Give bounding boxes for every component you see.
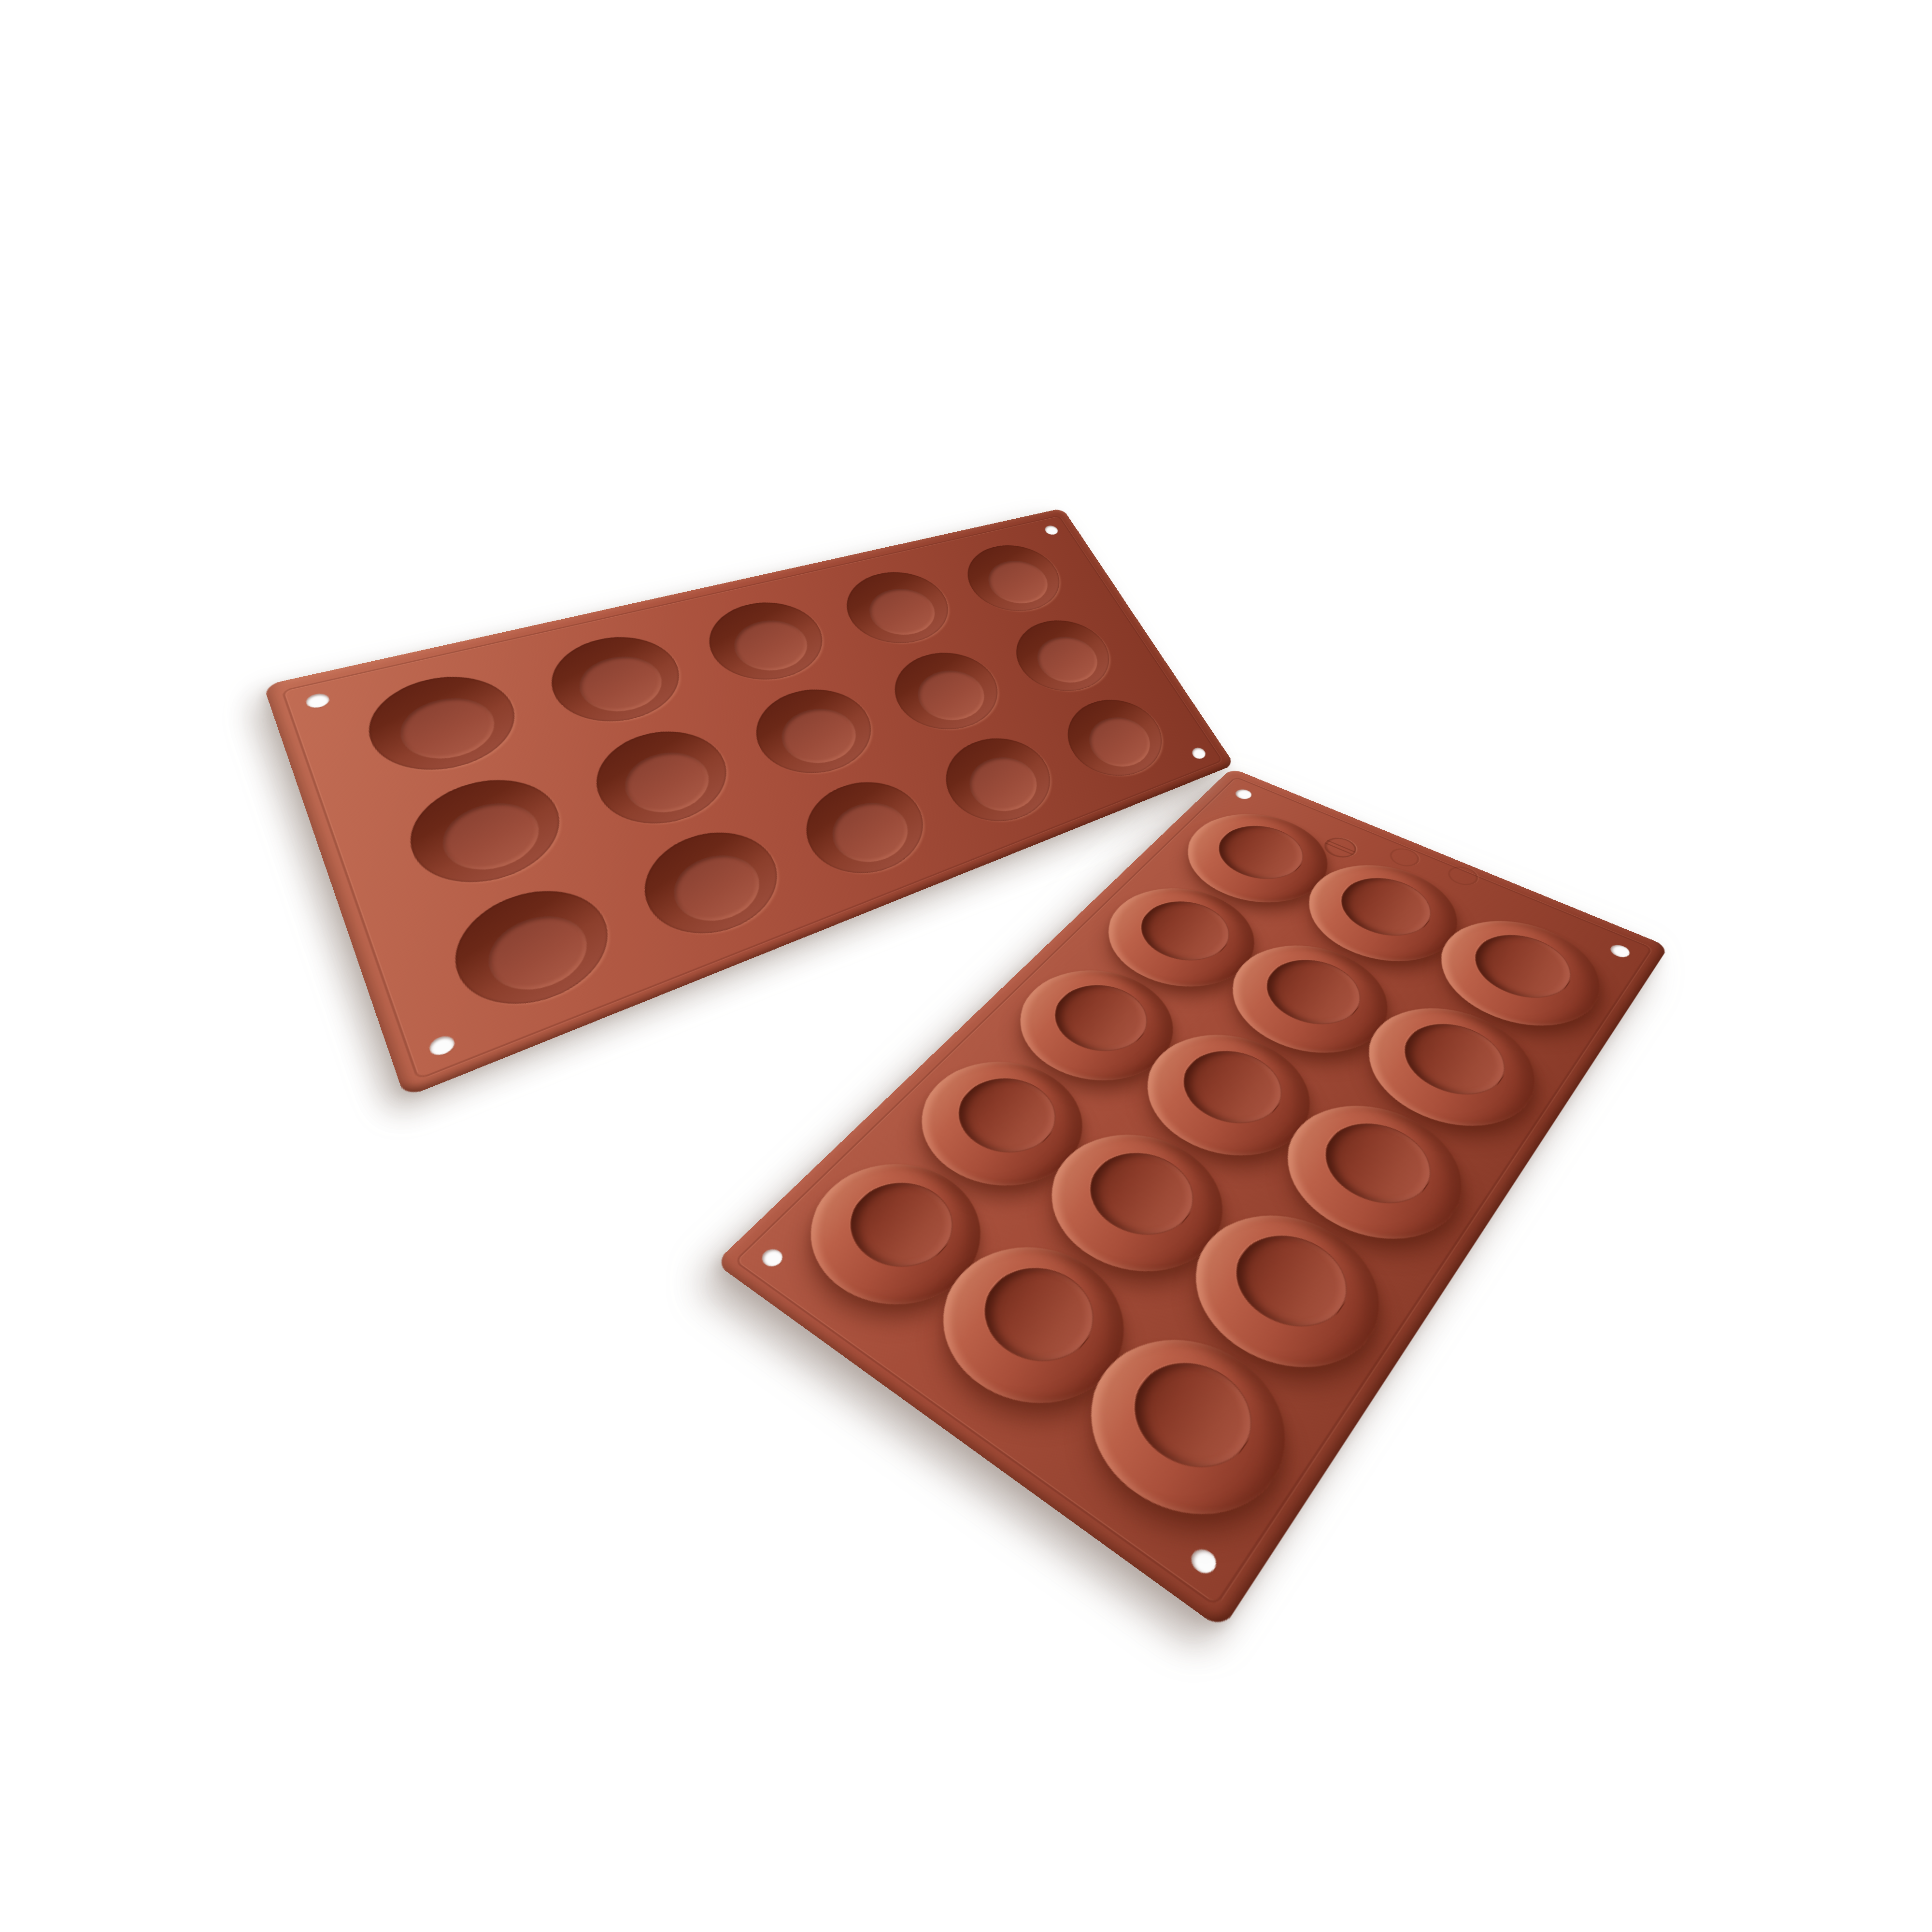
bump-dimple <box>1037 972 1165 1065</box>
cavity-floor <box>859 583 945 641</box>
bump-dimple <box>963 1250 1115 1381</box>
cavity-floor <box>724 614 817 678</box>
product-photo-stage <box>0 0 1932 1932</box>
cavity-floor <box>908 664 995 728</box>
cavity-floor <box>1079 710 1161 775</box>
bump-dimple <box>939 1064 1075 1168</box>
bump-dimple <box>829 1166 973 1285</box>
cavity-floor <box>979 555 1057 610</box>
cavity-floor <box>959 749 1048 820</box>
cavity-floor <box>1027 631 1108 690</box>
